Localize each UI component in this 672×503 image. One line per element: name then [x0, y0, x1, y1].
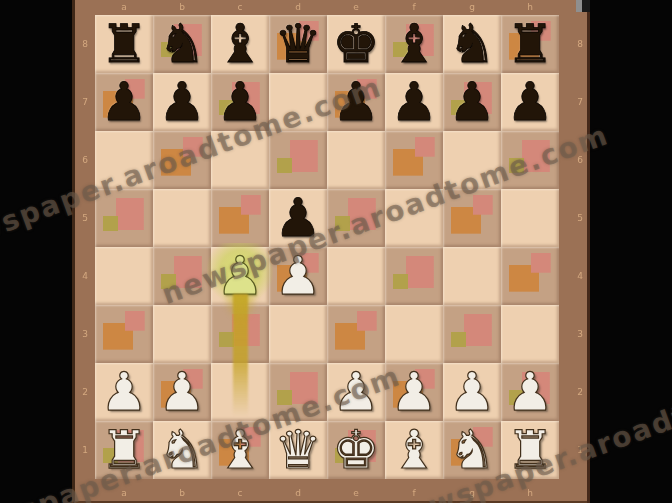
coordinate-label: h [501, 484, 559, 502]
square-d3[interactable] [269, 305, 327, 363]
square-a1[interactable]: ♜ [95, 421, 153, 479]
square-h6[interactable] [501, 131, 559, 189]
coordinate-label: 1 [571, 421, 589, 479]
piece-white-pawn-h2[interactable]: ♟ [501, 364, 559, 420]
piece-white-bishop-c1[interactable]: ♝ [211, 422, 269, 478]
coordinate-label: 8 [76, 15, 94, 73]
coordinate-label: g [443, 484, 501, 502]
piece-white-king-e1[interactable]: ♚ [327, 422, 385, 478]
square-f2[interactable]: ♟ [385, 363, 443, 421]
square-g8[interactable]: ♞ [443, 15, 501, 73]
square-b4[interactable] [153, 247, 211, 305]
coordinate-label: 6 [571, 131, 589, 189]
piece-black-queen-d8[interactable]: ♛ [269, 16, 327, 72]
piece-white-pawn-a2[interactable]: ♟ [95, 364, 153, 420]
piece-black-pawn-h7[interactable]: ♟ [501, 74, 559, 130]
piece-black-pawn-a7[interactable]: ♟ [95, 74, 153, 130]
square-g5[interactable] [443, 189, 501, 247]
chess-board: abcdefgh abcdefgh 87654321 87654321 ♜♞♝♛… [72, 0, 590, 503]
square-b8[interactable]: ♞ [153, 15, 211, 73]
coordinate-label: 4 [76, 247, 94, 305]
piece-black-bishop-f8[interactable]: ♝ [385, 16, 443, 72]
square-h7[interactable]: ♟ [501, 73, 559, 131]
piece-white-knight-g1[interactable]: ♞ [443, 422, 501, 478]
square-d6[interactable] [269, 131, 327, 189]
square-g7[interactable]: ♟ [443, 73, 501, 131]
coordinate-label: a [95, 484, 153, 502]
square-d8[interactable]: ♛ [269, 15, 327, 73]
square-f1[interactable]: ♝ [385, 421, 443, 479]
coordinate-label: 5 [571, 189, 589, 247]
square-h4[interactable] [501, 247, 559, 305]
square-g1[interactable]: ♞ [443, 421, 501, 479]
coordinate-label: e [327, 484, 385, 502]
square-f7[interactable]: ♟ [385, 73, 443, 131]
square-h2[interactable]: ♟ [501, 363, 559, 421]
square-g4[interactable] [443, 247, 501, 305]
square-b6[interactable] [153, 131, 211, 189]
square-f3[interactable] [385, 305, 443, 363]
square-f4[interactable] [385, 247, 443, 305]
left-black-bar [0, 0, 72, 503]
coordinate-label: b [153, 484, 211, 502]
piece-black-knight-b8[interactable]: ♞ [153, 16, 211, 72]
piece-white-bishop-f1[interactable]: ♝ [385, 422, 443, 478]
piece-white-pawn-g2[interactable]: ♟ [443, 364, 501, 420]
piece-black-bishop-c8[interactable]: ♝ [211, 16, 269, 72]
piece-black-pawn-g7[interactable]: ♟ [443, 74, 501, 130]
square-h5[interactable] [501, 189, 559, 247]
square-g6[interactable] [443, 131, 501, 189]
square-c2[interactable] [211, 363, 269, 421]
coordinate-label: 4 [571, 247, 589, 305]
square-b7[interactable]: ♟ [153, 73, 211, 131]
square-d5[interactable]: ♟ [269, 189, 327, 247]
piece-black-pawn-f7[interactable]: ♟ [385, 74, 443, 130]
coordinate-label: f [385, 484, 443, 502]
piece-white-pawn-c4[interactable]: ♟ [211, 248, 269, 304]
piece-black-rook-h8[interactable]: ♜ [501, 16, 559, 72]
square-c5[interactable] [211, 189, 269, 247]
coordinate-label: 7 [571, 73, 589, 131]
coordinate-label: 3 [571, 305, 589, 363]
piece-black-pawn-b7[interactable]: ♟ [153, 74, 211, 130]
piece-white-pawn-f2[interactable]: ♟ [385, 364, 443, 420]
square-b2[interactable]: ♟ [153, 363, 211, 421]
square-g2[interactable]: ♟ [443, 363, 501, 421]
board-grid: ♜♞♝♛♚♝♞♜♟♟♟♟♟♟♟♟♟♟♟♟♟♟♟♟♜♞♝♛♚♝♞♜ [95, 15, 559, 479]
piece-black-pawn-e7[interactable]: ♟ [327, 74, 385, 130]
square-e7[interactable]: ♟ [327, 73, 385, 131]
coordinate-label: 5 [76, 189, 94, 247]
square-g3[interactable] [443, 305, 501, 363]
square-a4[interactable] [95, 247, 153, 305]
square-d4[interactable]: ♟ [269, 247, 327, 305]
rank-labels-left: 87654321 [76, 15, 94, 479]
square-a6[interactable] [95, 131, 153, 189]
coordinate-label: 1 [76, 421, 94, 479]
square-f6[interactable] [385, 131, 443, 189]
square-d2[interactable] [269, 363, 327, 421]
screen: abcdefgh abcdefgh 87654321 87654321 ♜♞♝♛… [0, 0, 672, 503]
square-h1[interactable]: ♜ [501, 421, 559, 479]
square-e5[interactable] [327, 189, 385, 247]
piece-white-rook-a1[interactable]: ♜ [95, 422, 153, 478]
square-e3[interactable] [327, 305, 385, 363]
square-c7[interactable]: ♟ [211, 73, 269, 131]
square-a3[interactable] [95, 305, 153, 363]
square-f8[interactable]: ♝ [385, 15, 443, 73]
coordinate-label: 2 [76, 363, 94, 421]
piece-black-pawn-c7[interactable]: ♟ [211, 74, 269, 130]
square-e4[interactable] [327, 247, 385, 305]
square-d7[interactable] [269, 73, 327, 131]
piece-black-rook-a8[interactable]: ♜ [95, 16, 153, 72]
piece-white-knight-b1[interactable]: ♞ [153, 422, 211, 478]
square-h8[interactable]: ♜ [501, 15, 559, 73]
square-a5[interactable] [95, 189, 153, 247]
piece-black-knight-g8[interactable]: ♞ [443, 16, 501, 72]
coordinate-label: 3 [76, 305, 94, 363]
square-c6[interactable] [211, 131, 269, 189]
coordinate-label: 8 [571, 15, 589, 73]
square-b1[interactable]: ♞ [153, 421, 211, 479]
coordinate-label: 7 [76, 73, 94, 131]
square-c4[interactable]: ♟ [211, 247, 269, 305]
square-e1[interactable]: ♚ [327, 421, 385, 479]
coordinate-label: c [211, 484, 269, 502]
square-h3[interactable] [501, 305, 559, 363]
square-e6[interactable] [327, 131, 385, 189]
square-c1[interactable]: ♝ [211, 421, 269, 479]
square-b3[interactable] [153, 305, 211, 363]
file-labels-bottom: abcdefgh [95, 484, 559, 502]
square-a8[interactable]: ♜ [95, 15, 153, 73]
coordinate-label: 2 [571, 363, 589, 421]
square-c3[interactable] [211, 305, 269, 363]
square-e8[interactable]: ♚ [327, 15, 385, 73]
square-a7[interactable]: ♟ [95, 73, 153, 131]
piece-black-king-e8[interactable]: ♚ [327, 16, 385, 72]
square-a2[interactable]: ♟ [95, 363, 153, 421]
square-b5[interactable] [153, 189, 211, 247]
coordinate-label: d [269, 484, 327, 502]
right-black-bar [590, 0, 672, 503]
square-d1[interactable]: ♛ [269, 421, 327, 479]
piece-white-pawn-d4[interactable]: ♟ [269, 248, 327, 304]
piece-white-queen-d1[interactable]: ♛ [269, 422, 327, 478]
piece-white-pawn-e2[interactable]: ♟ [327, 364, 385, 420]
square-f5[interactable] [385, 189, 443, 247]
piece-white-pawn-b2[interactable]: ♟ [153, 364, 211, 420]
piece-black-pawn-d5[interactable]: ♟ [269, 190, 327, 246]
square-e2[interactable]: ♟ [327, 363, 385, 421]
dark-corner-icon [576, 0, 590, 12]
square-c8[interactable]: ♝ [211, 15, 269, 73]
rank-labels-right: 87654321 [571, 15, 589, 479]
coordinate-label: 6 [76, 131, 94, 189]
piece-white-rook-h1[interactable]: ♜ [501, 422, 559, 478]
